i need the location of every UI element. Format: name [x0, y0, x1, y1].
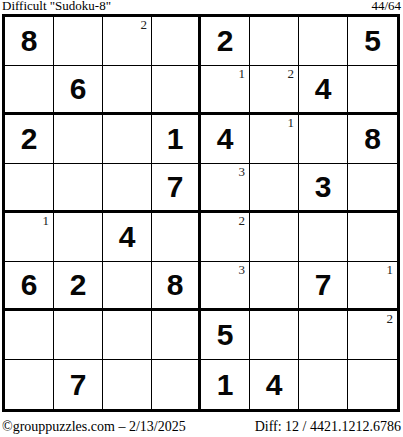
cell-r5c8[interactable] [348, 213, 397, 262]
cell-r1c7[interactable] [299, 17, 348, 66]
cell-r3c2[interactable] [54, 115, 103, 164]
given-digit: 2 [70, 270, 87, 300]
cell-r6c5[interactable]: 3 [201, 262, 250, 311]
cell-r2c5[interactable]: 1 [201, 66, 250, 115]
given-digit: 7 [315, 270, 332, 300]
cell-r7c3[interactable] [103, 311, 152, 360]
cell-r5c6[interactable] [250, 213, 299, 262]
cell-r4c5[interactable]: 3 [201, 164, 250, 213]
given-digit: 1 [167, 124, 184, 154]
given-digit: 7 [167, 172, 184, 202]
puzzle-counter: 44/64 [371, 0, 401, 13]
pencil-mark: 3 [239, 165, 246, 178]
pencil-mark: 2 [387, 312, 394, 325]
cell-r2c3[interactable] [103, 66, 152, 115]
cell-r8c2[interactable]: 7 [54, 360, 103, 409]
cell-r7c6[interactable] [250, 311, 299, 360]
given-digit: 4 [217, 124, 234, 154]
given-digit: 4 [266, 370, 283, 400]
given-digit: 4 [119, 222, 136, 252]
cell-r4c1[interactable] [5, 164, 54, 213]
cell-r7c1[interactable] [5, 311, 54, 360]
cell-r2c1[interactable] [5, 66, 54, 115]
cell-r7c8[interactable]: 2 [348, 311, 397, 360]
cell-r5c4[interactable] [152, 213, 201, 262]
cell-r5c7[interactable] [299, 213, 348, 262]
given-digit: 8 [21, 26, 38, 56]
cell-r4c3[interactable] [103, 164, 152, 213]
pencil-mark: 2 [288, 67, 295, 80]
given-digit: 7 [70, 370, 87, 400]
cell-r4c7[interactable]: 3 [299, 164, 348, 213]
given-digit: 4 [315, 74, 332, 104]
cell-r3c7[interactable] [299, 115, 348, 164]
pencil-mark: 1 [43, 214, 50, 227]
footer: ©grouppuzzles.com – 2/13/2025 Diff: 12 /… [2, 419, 401, 434]
cell-r8c6[interactable]: 4 [250, 360, 299, 409]
given-digit: 2 [21, 124, 38, 154]
cell-r2c7[interactable]: 4 [299, 66, 348, 115]
given-digit: 1 [217, 370, 234, 400]
cell-r8c1[interactable] [5, 360, 54, 409]
cell-r1c3[interactable]: 2 [103, 17, 152, 66]
cell-r8c4[interactable] [152, 360, 201, 409]
cell-r1c4[interactable] [152, 17, 201, 66]
given-digit: 5 [217, 320, 234, 350]
cell-r5c3[interactable]: 4 [103, 213, 152, 262]
cell-r4c6[interactable] [250, 164, 299, 213]
cell-r1c8[interactable]: 5 [348, 17, 397, 66]
cell-r2c6[interactable]: 2 [250, 66, 299, 115]
cell-r2c2[interactable]: 6 [54, 66, 103, 115]
cell-r6c2[interactable]: 2 [54, 262, 103, 311]
given-digit: 3 [315, 172, 332, 202]
cell-r3c1[interactable]: 2 [5, 115, 54, 164]
cell-r2c8[interactable] [348, 66, 397, 115]
copyright-date-text: ©grouppuzzles.com – 2/13/2025 [2, 419, 186, 434]
cell-r8c3[interactable] [103, 360, 152, 409]
cell-r5c5[interactable]: 2 [201, 213, 250, 262]
header: Difficult "Sudoku-8" 44/64 [2, 0, 401, 13]
cell-r4c2[interactable] [54, 164, 103, 213]
cell-r7c2[interactable] [54, 311, 103, 360]
cell-r6c6[interactable] [250, 262, 299, 311]
cell-r8c8[interactable] [348, 360, 397, 409]
cell-r3c8[interactable]: 8 [348, 115, 397, 164]
given-digit: 8 [364, 124, 381, 154]
cell-r1c1[interactable]: 8 [5, 17, 54, 66]
cell-r4c4[interactable]: 7 [152, 164, 201, 213]
cell-r5c2[interactable] [54, 213, 103, 262]
pencil-mark: 2 [239, 214, 246, 227]
cell-r6c8[interactable]: 1 [348, 262, 397, 311]
cell-r1c2[interactable] [54, 17, 103, 66]
given-digit: 8 [167, 270, 184, 300]
cell-r3c3[interactable] [103, 115, 152, 164]
pencil-mark: 1 [387, 263, 394, 276]
pencil-mark: 1 [288, 116, 295, 129]
cell-r3c6[interactable]: 1 [250, 115, 299, 164]
cell-r1c6[interactable] [250, 17, 299, 66]
pencil-mark: 3 [239, 263, 246, 276]
cell-r3c4[interactable]: 1 [152, 115, 201, 164]
cell-r7c4[interactable] [152, 311, 201, 360]
pencil-mark: 2 [141, 18, 148, 31]
sudoku-board: 822561242141873314262837152714 [2, 14, 400, 412]
difficulty-text: Diff: 12 / 4421.1212.6786 [255, 419, 401, 434]
cell-r6c4[interactable]: 8 [152, 262, 201, 311]
cell-r8c7[interactable] [299, 360, 348, 409]
cell-r7c5[interactable]: 5 [201, 311, 250, 360]
given-digit: 6 [70, 74, 87, 104]
given-digit: 2 [217, 26, 234, 56]
cell-r6c3[interactable] [103, 262, 152, 311]
cell-r6c1[interactable]: 6 [5, 262, 54, 311]
given-digit: 6 [21, 270, 38, 300]
cell-r2c4[interactable] [152, 66, 201, 115]
cell-r7c7[interactable] [299, 311, 348, 360]
cell-r8c5[interactable]: 1 [201, 360, 250, 409]
cell-r1c5[interactable]: 2 [201, 17, 250, 66]
pencil-mark: 1 [239, 67, 246, 80]
cell-r6c7[interactable]: 7 [299, 262, 348, 311]
cell-r4c8[interactable] [348, 164, 397, 213]
given-digit: 5 [364, 26, 381, 56]
puzzle-title: Difficult "Sudoku-8" [2, 0, 111, 13]
cell-r5c1[interactable]: 1 [5, 213, 54, 262]
cell-r3c5[interactable]: 4 [201, 115, 250, 164]
